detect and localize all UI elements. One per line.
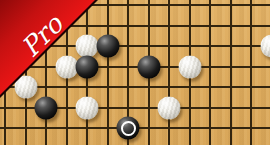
black-stone[interactable] (96, 35, 119, 58)
last-move-marker (121, 121, 136, 136)
grid-line-horizontal (0, 66, 270, 68)
grid-line-vertical (107, 0, 109, 145)
grid-line-horizontal (0, 4, 270, 6)
grid-line-vertical (45, 0, 47, 145)
white-stone[interactable] (76, 96, 99, 119)
black-stone[interactable] (76, 55, 99, 78)
black-stone[interactable] (137, 55, 160, 78)
grid-line-horizontal (0, 25, 270, 27)
grid-line-vertical (230, 0, 232, 145)
black-stone[interactable] (117, 117, 140, 140)
grid-line-vertical (209, 0, 211, 145)
grid-line-vertical (25, 0, 27, 145)
go-board[interactable] (0, 0, 270, 145)
white-stone[interactable] (260, 35, 270, 58)
grid-line-vertical (250, 0, 252, 145)
grid-line-horizontal (0, 45, 270, 47)
app-screenshot: Pro (0, 0, 270, 145)
black-stone[interactable] (35, 96, 58, 119)
white-stone[interactable] (178, 55, 201, 78)
white-stone[interactable] (158, 96, 181, 119)
grid-line-horizontal (0, 86, 270, 88)
grid-line-vertical (4, 0, 6, 145)
grid-line-vertical (168, 0, 170, 145)
white-stone[interactable] (14, 76, 37, 99)
